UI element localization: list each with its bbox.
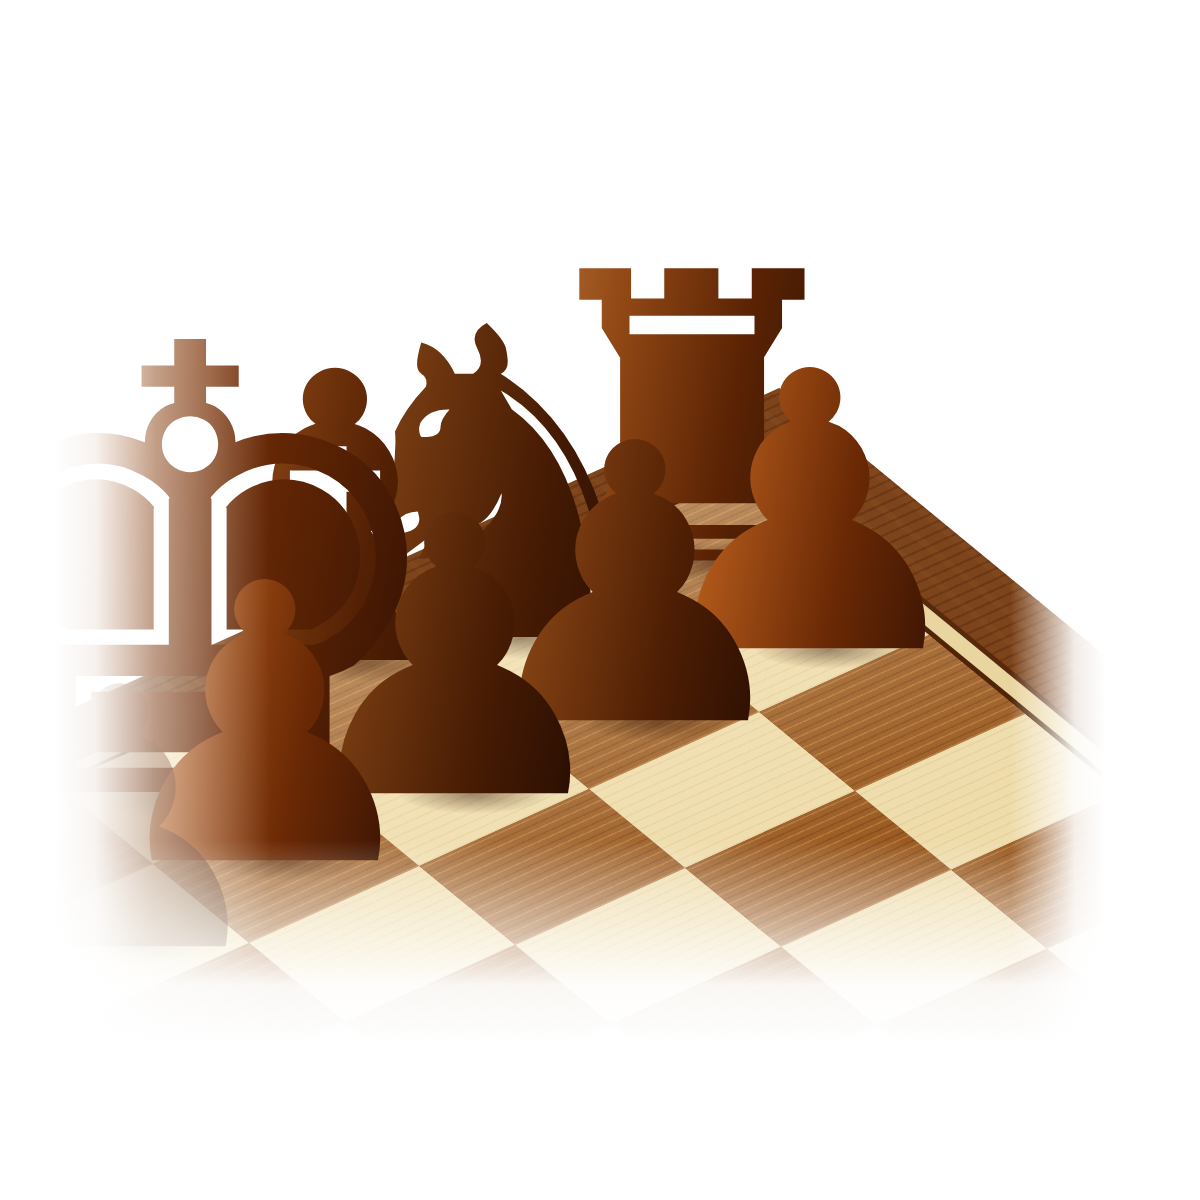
pieces-layer: ♚♝♞♜♟♟♟♟♟ <box>0 0 1200 1200</box>
piece-black-pawn-d7: ♟ <box>0 642 300 1002</box>
product-photo-stage: ♚♝♞♜♟♟♟♟♟ <box>0 0 1200 1200</box>
